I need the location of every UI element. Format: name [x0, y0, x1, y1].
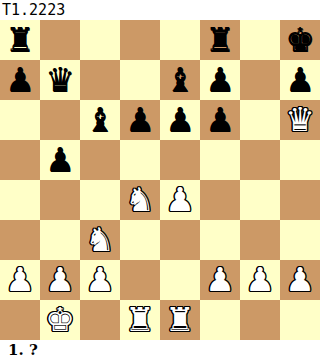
- black-queen-piece: ♛: [45, 60, 75, 100]
- white-pawn-piece: ♟: [205, 260, 235, 300]
- square-c6[interactable]: ♝: [80, 100, 120, 140]
- square-c1[interactable]: [80, 300, 120, 340]
- square-g3[interactable]: [240, 220, 280, 260]
- white-knight-piece: ♞: [125, 180, 155, 220]
- white-king-piece: ♚: [45, 300, 75, 340]
- black-king-piece: ♚: [285, 20, 315, 60]
- white-queen-piece: ♛: [285, 100, 315, 140]
- square-e6[interactable]: ♟: [160, 100, 200, 140]
- square-e1[interactable]: ♜: [160, 300, 200, 340]
- square-a6[interactable]: [0, 100, 40, 140]
- square-f3[interactable]: [200, 220, 240, 260]
- white-pawn-piece: ♟: [165, 180, 195, 220]
- square-d8[interactable]: [120, 20, 160, 60]
- square-b6[interactable]: [40, 100, 80, 140]
- square-h7[interactable]: ♟: [280, 60, 320, 100]
- square-a3[interactable]: [0, 220, 40, 260]
- white-rook-piece: ♜: [165, 300, 195, 340]
- title-bar: T1.2223: [0, 0, 320, 20]
- square-d4[interactable]: ♞: [120, 180, 160, 220]
- square-a7[interactable]: ♟: [0, 60, 40, 100]
- square-h1[interactable]: [280, 300, 320, 340]
- square-a8[interactable]: ♜: [0, 20, 40, 60]
- square-a2[interactable]: ♟: [0, 260, 40, 300]
- square-a5[interactable]: [0, 140, 40, 180]
- square-g2[interactable]: ♟: [240, 260, 280, 300]
- square-b5[interactable]: ♟: [40, 140, 80, 180]
- square-f8[interactable]: ♜: [200, 20, 240, 60]
- square-c5[interactable]: [80, 140, 120, 180]
- square-c7[interactable]: [80, 60, 120, 100]
- square-c2[interactable]: ♟: [80, 260, 120, 300]
- black-pawn-piece: ♟: [125, 100, 155, 140]
- square-c8[interactable]: [80, 20, 120, 60]
- white-pawn-piece: ♟: [285, 260, 315, 300]
- puzzle-title: T1.2223: [0, 0, 65, 20]
- status-bar: 1. ?: [0, 340, 320, 360]
- chess-board: ♜♜♚♟♛♝♟♟♝♟♟♟♛♟♞♟♞♟♟♟♟♟♟♚♜♜: [0, 20, 320, 340]
- square-d5[interactable]: [120, 140, 160, 180]
- white-pawn-piece: ♟: [85, 260, 115, 300]
- square-g1[interactable]: [240, 300, 280, 340]
- square-d3[interactable]: [120, 220, 160, 260]
- square-e2[interactable]: [160, 260, 200, 300]
- black-bishop-piece: ♝: [165, 60, 195, 100]
- square-b2[interactable]: ♟: [40, 260, 80, 300]
- black-pawn-piece: ♟: [45, 140, 75, 180]
- square-c3[interactable]: ♞: [80, 220, 120, 260]
- black-pawn-piece: ♟: [285, 60, 315, 100]
- black-rook-piece: ♜: [205, 20, 235, 60]
- square-a1[interactable]: [0, 300, 40, 340]
- square-h4[interactable]: [280, 180, 320, 220]
- square-b8[interactable]: [40, 20, 80, 60]
- move-prompt: 1. ?: [0, 340, 38, 360]
- black-pawn-piece: ♟: [205, 60, 235, 100]
- square-h8[interactable]: ♚: [280, 20, 320, 60]
- square-f1[interactable]: [200, 300, 240, 340]
- square-b1[interactable]: ♚: [40, 300, 80, 340]
- square-g6[interactable]: [240, 100, 280, 140]
- black-pawn-piece: ♟: [205, 100, 235, 140]
- square-g7[interactable]: [240, 60, 280, 100]
- square-c4[interactable]: [80, 180, 120, 220]
- square-h3[interactable]: [280, 220, 320, 260]
- white-rook-piece: ♜: [125, 300, 155, 340]
- black-rook-piece: ♜: [5, 20, 35, 60]
- square-e7[interactable]: ♝: [160, 60, 200, 100]
- square-b7[interactable]: ♛: [40, 60, 80, 100]
- square-b4[interactable]: [40, 180, 80, 220]
- square-f5[interactable]: [200, 140, 240, 180]
- square-e5[interactable]: [160, 140, 200, 180]
- square-g8[interactable]: [240, 20, 280, 60]
- square-b3[interactable]: [40, 220, 80, 260]
- square-e3[interactable]: [160, 220, 200, 260]
- black-pawn-piece: ♟: [5, 60, 35, 100]
- square-f4[interactable]: [200, 180, 240, 220]
- square-h6[interactable]: ♛: [280, 100, 320, 140]
- white-pawn-piece: ♟: [5, 260, 35, 300]
- white-pawn-piece: ♟: [245, 260, 275, 300]
- square-d1[interactable]: ♜: [120, 300, 160, 340]
- square-g4[interactable]: [240, 180, 280, 220]
- square-h2[interactable]: ♟: [280, 260, 320, 300]
- square-f7[interactable]: ♟: [200, 60, 240, 100]
- black-bishop-piece: ♝: [85, 100, 115, 140]
- square-g5[interactable]: [240, 140, 280, 180]
- square-a4[interactable]: [0, 180, 40, 220]
- square-f6[interactable]: ♟: [200, 100, 240, 140]
- white-knight-piece: ♞: [85, 220, 115, 260]
- square-d2[interactable]: [120, 260, 160, 300]
- square-d7[interactable]: [120, 60, 160, 100]
- white-pawn-piece: ♟: [45, 260, 75, 300]
- black-pawn-piece: ♟: [165, 100, 195, 140]
- square-e4[interactable]: ♟: [160, 180, 200, 220]
- square-d6[interactable]: ♟: [120, 100, 160, 140]
- square-h5[interactable]: [280, 140, 320, 180]
- square-f2[interactable]: ♟: [200, 260, 240, 300]
- square-e8[interactable]: [160, 20, 200, 60]
